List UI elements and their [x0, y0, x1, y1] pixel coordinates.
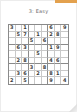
sudoku-board: 3169571285663195284638362812594 — [8, 24, 69, 85]
puzzle-page: 3: Easy 3169571285663195284638362812594 — [1, 1, 76, 111]
cell-r9c9: 4 — [61, 77, 68, 84]
page-curl-decoration — [68, 103, 77, 112]
screenshot-canvas: 3: Easy 3169571285663195284638362812594 — [0, 0, 77, 112]
puzzle-title: 3: Easy — [1, 8, 76, 14]
toolbar-fragment — [55, 0, 77, 3]
